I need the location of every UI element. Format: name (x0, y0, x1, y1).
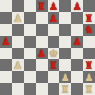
square-g8[interactable]: ♟ (71, 0, 83, 12)
black-pawn-piece: ♟ (49, 12, 58, 23)
white-rook-piece: ♜ (61, 83, 70, 94)
square-b3[interactable]: ♟ (12, 59, 24, 71)
square-a4[interactable] (0, 48, 12, 60)
square-c5[interactable] (24, 36, 36, 48)
white-pawn-piece: ♟ (13, 60, 22, 71)
square-c8[interactable] (24, 0, 36, 12)
square-b2[interactable] (12, 71, 24, 83)
square-g1[interactable] (71, 83, 83, 95)
square-b5[interactable] (12, 36, 24, 48)
square-d3[interactable] (36, 59, 48, 71)
square-g4[interactable] (71, 48, 83, 60)
square-a7[interactable] (0, 12, 12, 24)
black-pawn-piece: ♟ (72, 36, 81, 47)
square-d8[interactable]: ♜ (36, 0, 48, 12)
black-rook-piece: ♜ (37, 0, 46, 11)
square-h5[interactable] (83, 36, 95, 48)
black-rook-piece: ♜ (49, 60, 58, 71)
black-knight-piece: ♞ (84, 24, 93, 35)
square-e7[interactable]: ♟ (48, 12, 60, 24)
square-a1[interactable] (0, 83, 12, 95)
square-b7[interactable]: ♟ (12, 12, 24, 24)
square-f6[interactable] (59, 24, 71, 36)
white-pawn-piece: ♟ (61, 71, 70, 82)
square-b1[interactable] (12, 83, 24, 95)
square-d1[interactable] (36, 83, 48, 95)
square-f1[interactable]: ♜ (59, 83, 71, 95)
square-c7[interactable] (24, 12, 36, 24)
black-rook-piece: ♜ (84, 60, 93, 71)
square-a8[interactable] (0, 0, 12, 12)
white-king-piece: ♚ (49, 48, 58, 59)
square-e6[interactable] (48, 24, 60, 36)
black-rook-piece: ♜ (84, 12, 93, 23)
square-a2[interactable] (0, 71, 12, 83)
square-f8[interactable] (59, 0, 71, 12)
square-c4[interactable] (24, 48, 36, 60)
square-f4[interactable] (59, 48, 71, 60)
white-pawn-piece: ♟ (13, 12, 22, 23)
square-g5[interactable]: ♟ (71, 36, 83, 48)
square-g2[interactable] (71, 71, 83, 83)
square-e3[interactable]: ♜ (48, 59, 60, 71)
square-g7[interactable] (71, 12, 83, 24)
black-pawn-piece: ♟ (1, 36, 10, 47)
square-c1[interactable] (24, 83, 36, 95)
square-g3[interactable] (71, 59, 83, 71)
square-h6[interactable]: ♞ (83, 24, 95, 36)
square-c2[interactable] (24, 71, 36, 83)
square-h1[interactable]: ♜ (83, 83, 95, 95)
square-d4[interactable]: ♟ (36, 48, 48, 60)
square-c3[interactable] (24, 59, 36, 71)
square-d7[interactable] (36, 12, 48, 24)
white-pawn-piece: ♟ (84, 71, 93, 82)
black-pawn-piece: ♟ (37, 48, 46, 59)
square-b6[interactable] (12, 24, 24, 36)
white-rook-piece: ♜ (84, 83, 93, 94)
square-c6[interactable] (24, 24, 36, 36)
square-d2[interactable] (36, 71, 48, 83)
square-d6[interactable] (36, 24, 48, 36)
chess-board: ♜♟♟♟♟♜♞♟♟♟♚♟♜♜♟♟♜♜ (0, 0, 95, 95)
square-f7[interactable] (59, 12, 71, 24)
black-pawn-piece: ♟ (72, 0, 81, 11)
square-e1[interactable] (48, 83, 60, 95)
square-e2[interactable] (48, 71, 60, 83)
square-a5[interactable]: ♟ (0, 36, 12, 48)
square-f5[interactable] (59, 36, 71, 48)
square-a3[interactable] (0, 59, 12, 71)
black-pawn-piece: ♟ (49, 0, 58, 11)
